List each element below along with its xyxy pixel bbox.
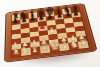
square-h7[interactable]: ♟ bbox=[72, 13, 81, 18]
piece-white-knight[interactable]: ♞ bbox=[69, 39, 79, 50]
piece-black-pawn[interactable]: ♟ bbox=[29, 16, 36, 23]
piece-black-pawn[interactable]: ♟ bbox=[47, 13, 54, 20]
square-b7[interactable]: ♟ bbox=[20, 19, 29, 24]
square-g7[interactable]: ♟ bbox=[63, 14, 72, 19]
piece-black-pawn[interactable]: ♟ bbox=[64, 11, 71, 18]
square-f1[interactable]: ♝ bbox=[59, 43, 70, 51]
piece-white-queen[interactable]: ♛ bbox=[39, 42, 50, 54]
board-perspective-wrapper: ♜♞♝♛♚♝♞♜♟♟♟♟♟♟♟♟♟♟♟♟♟♟♟♟♟♜♞♝♛♚♝♞♜ bbox=[0, 0, 96, 67]
square-b6[interactable] bbox=[20, 23, 29, 29]
piece-red-pawn[interactable]: ♟ bbox=[39, 24, 46, 32]
chess-set-photo: ♜♞♝♛♚♝♞♜♟♟♟♟♟♟♟♟♟♟♟♟♟♟♟♟♟♜♞♝♛♚♝♞♜ bbox=[0, 0, 100, 67]
piece-white-rook[interactable]: ♜ bbox=[79, 39, 88, 49]
square-c7[interactable]: ♟ bbox=[29, 18, 38, 23]
board-grid: ♜♞♝♛♚♝♞♜♟♟♟♟♟♟♟♟♟♟♟♟♟♟♟♟♟♜♞♝♛♚♝♞♜ bbox=[12, 7, 89, 57]
square-c1[interactable]: ♝ bbox=[30, 46, 40, 54]
piece-white-bishop[interactable]: ♝ bbox=[30, 44, 40, 55]
square-d1[interactable]: ♛ bbox=[40, 45, 50, 53]
square-g1[interactable]: ♞ bbox=[69, 42, 80, 50]
piece-black-pawn[interactable]: ♟ bbox=[21, 17, 28, 24]
piece-black-pawn[interactable]: ♟ bbox=[38, 15, 45, 22]
piece-black-pawn[interactable]: ♟ bbox=[73, 10, 80, 17]
piece-white-bishop[interactable]: ♝ bbox=[60, 40, 70, 51]
board-tilt-wrapper: ♜♞♝♛♚♝♞♜♟♟♟♟♟♟♟♟♟♟♟♟♟♟♟♟♟♜♞♝♛♚♝♞♜ bbox=[0, 0, 100, 67]
square-h1[interactable]: ♜ bbox=[78, 41, 89, 49]
piece-white-king[interactable]: ♚ bbox=[48, 39, 60, 52]
piece-black-pawn[interactable]: ♟ bbox=[56, 12, 63, 19]
chess-board: ♜♞♝♛♚♝♞♜♟♟♟♟♟♟♟♟♟♟♟♟♟♟♟♟♟♜♞♝♛♚♝♞♜ bbox=[4, 3, 98, 63]
piece-black-pawn[interactable]: ♟ bbox=[12, 18, 19, 25]
square-b1[interactable]: ♞ bbox=[21, 48, 31, 56]
piece-white-rook[interactable]: ♜ bbox=[12, 47, 21, 57]
piece-white-pawn[interactable]: ♟ bbox=[49, 27, 56, 35]
square-e1[interactable]: ♚ bbox=[49, 44, 60, 52]
piece-white-knight[interactable]: ♞ bbox=[20, 45, 30, 56]
